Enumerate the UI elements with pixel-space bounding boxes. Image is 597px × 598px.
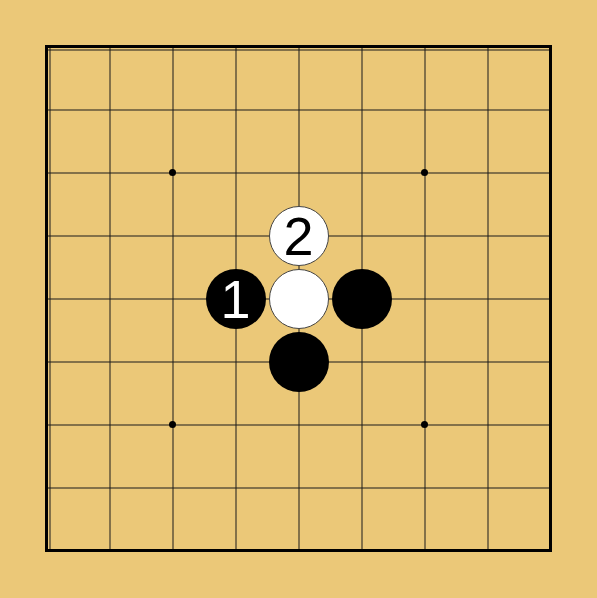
star-point <box>169 169 176 176</box>
black-stone[interactable]: 1 <box>206 269 266 329</box>
stone-move-number: 2 <box>283 206 313 266</box>
star-point <box>421 421 428 428</box>
go-board: 21 <box>0 0 597 598</box>
white-stone[interactable] <box>269 269 329 329</box>
stone-move-number: 1 <box>220 269 250 329</box>
white-stone[interactable]: 2 <box>269 206 329 266</box>
black-stone[interactable] <box>269 332 329 392</box>
star-point <box>169 421 176 428</box>
star-point <box>421 169 428 176</box>
black-stone[interactable] <box>332 269 392 329</box>
